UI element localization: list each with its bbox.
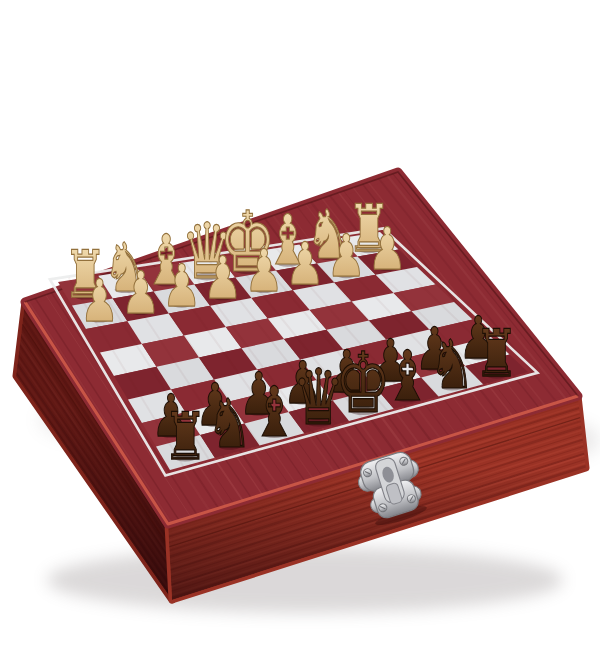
- svg-text:♟: ♟: [326, 222, 365, 290]
- svg-text:♝: ♝: [384, 335, 431, 415]
- piece-black-rook-h8[interactable]: ♜: [475, 315, 519, 392]
- piece-white-pawn-e2[interactable]: ♟: [244, 237, 283, 305]
- svg-text:♜: ♜: [475, 315, 519, 392]
- svg-text:♟: ♟: [367, 215, 406, 283]
- svg-text:♝: ♝: [251, 371, 298, 451]
- piece-black-bishop-f8[interactable]: ♝: [384, 335, 431, 415]
- piece-black-king-e8[interactable]: ♚: [335, 334, 391, 431]
- svg-text:♞: ♞: [207, 384, 253, 463]
- piece-white-pawn-g2[interactable]: ♟: [326, 222, 365, 290]
- svg-text:♟: ♟: [244, 237, 283, 305]
- svg-text:♞: ♞: [429, 325, 475, 404]
- svg-text:♟: ♟: [285, 229, 324, 297]
- piece-white-pawn-b2[interactable]: ♟: [121, 259, 160, 327]
- svg-text:♟: ♟: [80, 266, 119, 334]
- svg-text:♚: ♚: [335, 334, 391, 431]
- svg-text:♜: ♜: [163, 398, 207, 475]
- piece-white-pawn-c2[interactable]: ♟: [162, 252, 201, 320]
- svg-text:♟: ♟: [162, 252, 201, 320]
- svg-text:♟: ♟: [121, 259, 160, 327]
- piece-black-rook-a8[interactable]: ♜: [163, 398, 207, 475]
- piece-black-knight-b8[interactable]: ♞: [207, 384, 253, 463]
- piece-white-pawn-f2[interactable]: ♟: [285, 229, 324, 297]
- piece-white-pawn-d2[interactable]: ♟: [203, 244, 242, 312]
- piece-black-bishop-c8[interactable]: ♝: [251, 371, 298, 451]
- piece-white-pawn-a2[interactable]: ♟: [80, 266, 119, 334]
- piece-black-knight-g8[interactable]: ♞: [429, 325, 475, 404]
- chess-box-photo: ♜♞♝♛♚♝♞♜♟♟♟♟♟♟♟♟♟♟♟♟♟♟♟♟♜♞♝♛♚♝♞♜: [0, 0, 600, 660]
- piece-white-pawn-h2[interactable]: ♟: [367, 215, 406, 283]
- svg-text:♟: ♟: [203, 244, 242, 312]
